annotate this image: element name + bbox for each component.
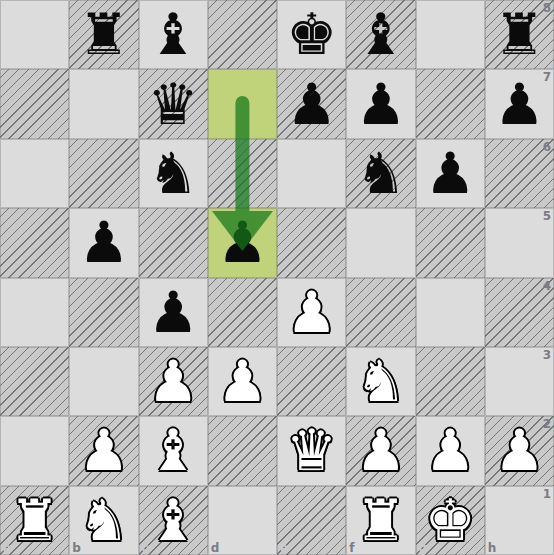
white-pawn[interactable]: ♟ (139, 347, 208, 416)
square-g6[interactable]: ♟ (416, 139, 485, 208)
chess-board: ♜♝♚♝8♜♛♟♟7♟♞♞♟6♟♟5♟♟4♟♟♞3♟♝♛♟♟2♟a♜b♞c♝de… (0, 0, 554, 555)
white-pawn[interactable]: ♟ (208, 347, 277, 416)
rank-label-6: 6 (543, 140, 551, 154)
square-f8[interactable]: ♝ (346, 0, 415, 69)
square-g8[interactable] (416, 0, 485, 69)
white-knight[interactable]: ♞ (69, 486, 138, 555)
square-d8[interactable] (208, 0, 277, 69)
white-pawn[interactable]: ♟ (346, 416, 415, 485)
square-g1[interactable]: g♚ (416, 486, 485, 555)
square-f2[interactable]: ♟ (346, 416, 415, 485)
square-e8[interactable]: ♚ (277, 0, 346, 69)
black-pawn[interactable]: ♟ (277, 69, 346, 138)
square-e6[interactable] (277, 139, 346, 208)
square-h5[interactable]: 5 (485, 208, 554, 277)
square-h8[interactable]: 8♜ (485, 0, 554, 69)
square-c7[interactable]: ♛ (139, 69, 208, 138)
white-rook[interactable]: ♜ (346, 486, 415, 555)
square-e4[interactable]: ♟ (277, 278, 346, 347)
black-pawn[interactable]: ♟ (208, 208, 277, 277)
square-b5[interactable]: ♟ (69, 208, 138, 277)
square-d6[interactable] (208, 139, 277, 208)
square-b7[interactable] (69, 69, 138, 138)
white-bishop[interactable]: ♝ (139, 416, 208, 485)
square-c6[interactable]: ♞ (139, 139, 208, 208)
file-label-e: e (280, 541, 288, 555)
square-e5[interactable] (277, 208, 346, 277)
square-f4[interactable] (346, 278, 415, 347)
square-f7[interactable]: ♟ (346, 69, 415, 138)
square-a6[interactable] (0, 139, 69, 208)
square-c4[interactable]: ♟ (139, 278, 208, 347)
square-h6[interactable]: 6 (485, 139, 554, 208)
square-c1[interactable]: c♝ (139, 486, 208, 555)
square-f6[interactable]: ♞ (346, 139, 415, 208)
square-b6[interactable] (69, 139, 138, 208)
rank-label-3: 3 (543, 348, 551, 362)
square-f1[interactable]: f♜ (346, 486, 415, 555)
square-a2[interactable] (0, 416, 69, 485)
square-f3[interactable]: ♞ (346, 347, 415, 416)
square-c8[interactable]: ♝ (139, 0, 208, 69)
square-h7[interactable]: 7♟ (485, 69, 554, 138)
square-b8[interactable]: ♜ (69, 0, 138, 69)
black-bishop[interactable]: ♝ (139, 0, 208, 69)
square-d7[interactable] (208, 69, 277, 138)
square-h3[interactable]: 3 (485, 347, 554, 416)
square-b1[interactable]: b♞ (69, 486, 138, 555)
white-pawn[interactable]: ♟ (485, 416, 554, 485)
square-g5[interactable] (416, 208, 485, 277)
square-d2[interactable] (208, 416, 277, 485)
square-a5[interactable] (0, 208, 69, 277)
square-a8[interactable] (0, 0, 69, 69)
square-d3[interactable]: ♟ (208, 347, 277, 416)
white-pawn[interactable]: ♟ (69, 416, 138, 485)
square-h4[interactable]: 4 (485, 278, 554, 347)
black-bishop[interactable]: ♝ (346, 0, 415, 69)
square-e1[interactable]: e (277, 486, 346, 555)
square-b3[interactable] (69, 347, 138, 416)
square-g2[interactable]: ♟ (416, 416, 485, 485)
black-pawn[interactable]: ♟ (485, 69, 554, 138)
chess-board-wrapper: ♜♝♚♝8♜♛♟♟7♟♞♞♟6♟♟5♟♟4♟♟♞3♟♝♛♟♟2♟a♜b♞c♝de… (0, 0, 554, 555)
black-pawn[interactable]: ♟ (346, 69, 415, 138)
black-pawn[interactable]: ♟ (416, 139, 485, 208)
square-e2[interactable]: ♛ (277, 416, 346, 485)
black-rook[interactable]: ♜ (485, 0, 554, 69)
white-pawn[interactable]: ♟ (416, 416, 485, 485)
square-a7[interactable] (0, 69, 69, 138)
square-d4[interactable] (208, 278, 277, 347)
square-d1[interactable]: d (208, 486, 277, 555)
square-d5[interactable]: ♟ (208, 208, 277, 277)
square-e7[interactable]: ♟ (277, 69, 346, 138)
square-g7[interactable] (416, 69, 485, 138)
square-c3[interactable]: ♟ (139, 347, 208, 416)
square-b2[interactable]: ♟ (69, 416, 138, 485)
black-knight[interactable]: ♞ (139, 139, 208, 208)
white-bishop[interactable]: ♝ (139, 486, 208, 555)
square-c2[interactable]: ♝ (139, 416, 208, 485)
square-c5[interactable] (139, 208, 208, 277)
black-pawn[interactable]: ♟ (139, 278, 208, 347)
white-queen[interactable]: ♛ (277, 416, 346, 485)
rank-label-1: 1 (543, 487, 551, 501)
square-h1[interactable]: 1h (485, 486, 554, 555)
white-king[interactable]: ♚ (416, 486, 485, 555)
black-king[interactable]: ♚ (277, 0, 346, 69)
white-knight[interactable]: ♞ (346, 347, 415, 416)
white-pawn[interactable]: ♟ (277, 278, 346, 347)
square-b4[interactable] (69, 278, 138, 347)
white-rook[interactable]: ♜ (0, 486, 69, 555)
black-knight[interactable]: ♞ (346, 139, 415, 208)
file-label-h: h (488, 541, 497, 555)
square-h2[interactable]: 2♟ (485, 416, 554, 485)
rank-label-5: 5 (543, 209, 551, 223)
square-f5[interactable] (346, 208, 415, 277)
black-queen[interactable]: ♛ (139, 69, 208, 138)
square-g4[interactable] (416, 278, 485, 347)
square-a3[interactable] (0, 347, 69, 416)
square-a4[interactable] (0, 278, 69, 347)
square-g3[interactable] (416, 347, 485, 416)
square-e3[interactable] (277, 347, 346, 416)
black-pawn[interactable]: ♟ (69, 208, 138, 277)
rank-label-4: 4 (543, 279, 551, 293)
black-rook[interactable]: ♜ (69, 0, 138, 69)
square-a1[interactable]: a♜ (0, 486, 69, 555)
file-label-d: d (211, 541, 220, 555)
